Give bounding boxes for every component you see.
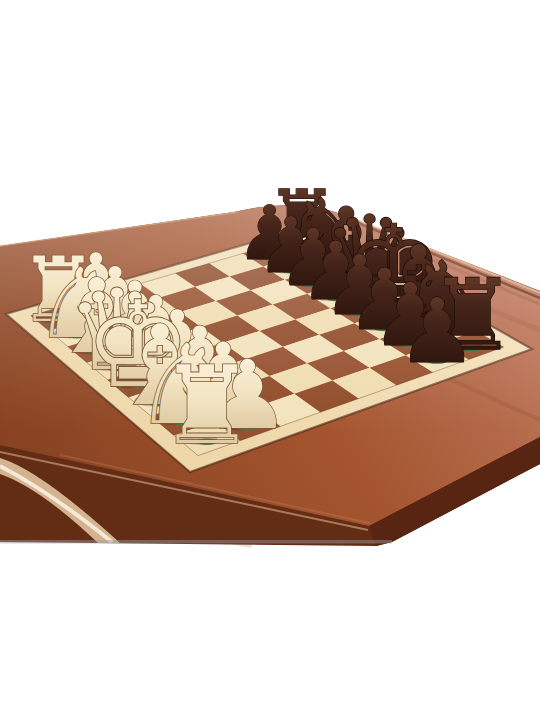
- piece-white-rook-h1: ♜: [159, 343, 256, 468]
- cutout-artifact-line: [0, 540, 392, 544]
- scene-svg: ♜♟♞♟♝♟♛♟♚♟♟♝♜♟♟♞♞♟♟♜♝♟♟♛♟♚♟♝♟♞♟♜: [0, 0, 540, 720]
- piece-glyph: ♜: [159, 343, 256, 468]
- piece-glyph: ♟: [397, 279, 477, 383]
- chess-table-photo: ♜♟♞♟♝♟♛♟♚♟♟♝♜♟♟♞♞♟♟♜♝♟♟♛♟♚♟♝♟♞♟♜: [0, 0, 540, 720]
- piece-black-pawn-h7: ♟: [397, 279, 477, 383]
